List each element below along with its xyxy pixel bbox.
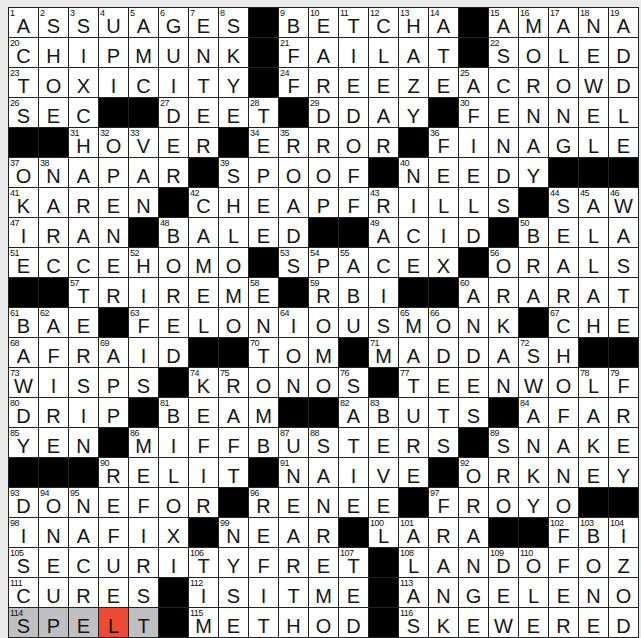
cell-r1-c21[interactable]: 19A [609, 8, 638, 37]
cell-r10-c11[interactable]: 59R [309, 278, 338, 307]
cell-r4-c9[interactable]: 28T [249, 98, 278, 127]
cell-r5-c12[interactable]: O [339, 128, 368, 157]
cell-r21-c10[interactable]: H [279, 608, 308, 637]
cell-r18-c14[interactable]: 101A [399, 518, 428, 547]
cell-r7-c11[interactable]: P [309, 188, 338, 217]
cell-r15-c18[interactable]: N [519, 428, 548, 457]
cell-r2-c21[interactable]: D [609, 38, 638, 67]
cell-r18-c20[interactable]: 103B [579, 518, 608, 547]
cell-r20-c17[interactable]: E [489, 578, 518, 607]
cell-r18-c3[interactable]: A [69, 518, 98, 547]
cell-r7-c3[interactable]: R [69, 188, 98, 217]
cell-r5-c7[interactable]: R [189, 128, 218, 157]
cell-r9-c3[interactable]: C [69, 248, 98, 277]
cell-r15-c21[interactable]: E [609, 428, 638, 457]
cell-r3-c10[interactable]: 24F [279, 68, 308, 97]
cell-r8-c16[interactable]: D [459, 218, 488, 247]
cell-r5-c16[interactable]: I [459, 128, 488, 157]
cell-r3-c14[interactable]: Z [399, 68, 428, 97]
cell-r9-c5[interactable]: 52H [129, 248, 158, 277]
cell-r11-c16[interactable]: N [459, 308, 488, 337]
cell-r5-c20[interactable]: L [579, 128, 608, 157]
cell-r16-c17[interactable]: R [489, 458, 518, 487]
cell-r13-c19[interactable]: O [549, 368, 578, 397]
cell-r19-c2[interactable]: E [39, 548, 68, 577]
cell-r7-c9[interactable]: E [249, 188, 278, 217]
cell-r9-c20[interactable]: L [579, 248, 608, 277]
cell-r16-c11[interactable]: A [309, 458, 338, 487]
cell-r13-c15[interactable]: E [429, 368, 458, 397]
cell-r10-c21[interactable]: T [609, 278, 638, 307]
cell-r10-c13[interactable]: I [369, 278, 398, 307]
cell-r3-c4[interactable]: I [99, 68, 128, 97]
cell-r16-c7[interactable]: I [189, 458, 218, 487]
cell-r2-c5[interactable]: M [129, 38, 158, 67]
cell-r16-c14[interactable]: E [399, 458, 428, 487]
cell-r11-c2[interactable]: 62A [39, 308, 68, 337]
cell-r18-c16[interactable]: A [459, 518, 488, 547]
cell-r6-c3[interactable]: A [69, 158, 98, 187]
cell-r20-c9[interactable]: I [249, 578, 278, 607]
cell-r21-c17[interactable]: W [489, 608, 518, 637]
cell-r19-c17[interactable]: 109D [489, 548, 518, 577]
cell-r6-c5[interactable]: A [129, 158, 158, 187]
cell-r14-c20[interactable]: A [579, 398, 608, 427]
cell-r17-c19[interactable]: O [549, 488, 578, 517]
cell-r6-c2[interactable]: 38N [39, 158, 68, 187]
cell-r4-c19[interactable]: N [549, 98, 578, 127]
cell-r3-c12[interactable]: E [339, 68, 368, 97]
cell-r9-c12[interactable]: 55A [339, 248, 368, 277]
cell-r17-c6[interactable]: O [159, 488, 188, 517]
cell-r18-c4[interactable]: F [99, 518, 128, 547]
cell-r12-c11[interactable]: M [309, 338, 338, 367]
cell-r8-c10[interactable]: D [279, 218, 308, 247]
cell-r9-c6[interactable]: O [159, 248, 188, 277]
cell-r10-c16[interactable]: 60A [459, 278, 488, 307]
cell-r4-c7[interactable]: E [189, 98, 218, 127]
cell-r2-c18[interactable]: O [519, 38, 548, 67]
cell-r15-c7[interactable]: F [189, 428, 218, 457]
cell-r17-c16[interactable]: R [459, 488, 488, 517]
cell-r15-c19[interactable]: A [549, 428, 578, 457]
cell-r14-c1[interactable]: 80D [9, 398, 38, 427]
cell-r13-c10[interactable]: N [279, 368, 308, 397]
cell-r12-c14[interactable]: A [399, 338, 428, 367]
cell-r2-c6[interactable]: U [159, 38, 188, 67]
cell-r18-c9[interactable]: E [249, 518, 278, 547]
cell-r1-c2[interactable]: 2S [39, 8, 68, 37]
cell-r1-c18[interactable]: 16M [519, 8, 548, 37]
cell-r2-c4[interactable]: P [99, 38, 128, 67]
cell-r20-c12[interactable]: E [339, 578, 368, 607]
cell-r8-c15[interactable]: I [429, 218, 458, 247]
cell-r19-c16[interactable]: N [459, 548, 488, 577]
cell-r7-c2[interactable]: A [39, 188, 68, 217]
cell-r11-c7[interactable]: L [189, 308, 218, 337]
cell-r1-c10[interactable]: 9B [279, 8, 308, 37]
cell-r7-c17[interactable]: S [489, 188, 518, 217]
cell-r8-c19[interactable]: E [549, 218, 578, 247]
cell-r2-c15[interactable]: T [429, 38, 458, 67]
cell-r3-c11[interactable]: R [309, 68, 338, 97]
cell-r17-c17[interactable]: O [489, 488, 518, 517]
cell-r1-c17[interactable]: 15A [489, 8, 518, 37]
cell-r11-c17[interactable]: K [489, 308, 518, 337]
cell-r20-c4[interactable]: E [99, 578, 128, 607]
cell-r2-c13[interactable]: L [369, 38, 398, 67]
cell-r13-c1[interactable]: 73W [9, 368, 38, 397]
cell-r5-c5[interactable]: 33V [129, 128, 158, 157]
cell-r3-c17[interactable]: C [489, 68, 518, 97]
cell-r16-c16[interactable]: 92O [459, 458, 488, 487]
cell-r21-c8[interactable]: E [219, 608, 248, 637]
cell-r13-c12[interactable]: 76S [339, 368, 368, 397]
cell-r20-c3[interactable]: R [69, 578, 98, 607]
cell-r17-c5[interactable]: F [129, 488, 158, 517]
cell-r17-c4[interactable]: E [99, 488, 128, 517]
cell-r9-c4[interactable]: E [99, 248, 128, 277]
cell-r11-c5[interactable]: 63F [129, 308, 158, 337]
cell-r7-c14[interactable]: I [399, 188, 428, 217]
cell-r10-c17[interactable]: R [489, 278, 518, 307]
cell-r15-c12[interactable]: T [339, 428, 368, 457]
cell-r19-c10[interactable]: R [279, 548, 308, 577]
cell-r14-c6[interactable]: 81B [159, 398, 188, 427]
cell-r4-c21[interactable]: L [609, 98, 638, 127]
cell-r12-c5[interactable]: I [129, 338, 158, 367]
cell-r7-c12[interactable]: F [339, 188, 368, 217]
cell-r14-c13[interactable]: 83B [369, 398, 398, 427]
cell-r20-c10[interactable]: T [279, 578, 308, 607]
cell-r13-c17[interactable]: N [489, 368, 518, 397]
cell-r9-c1[interactable]: 51E [9, 248, 38, 277]
cell-r21-c3[interactable]: E [69, 608, 98, 637]
cell-r11-c14[interactable]: 65M [399, 308, 428, 337]
cell-r19-c5[interactable]: R [129, 548, 158, 577]
cell-r21-c12[interactable]: D [339, 608, 368, 637]
cell-r17-c7[interactable]: R [189, 488, 218, 517]
cell-r19-c6[interactable]: I [159, 548, 188, 577]
cell-r1-c1[interactable]: 1A [9, 8, 38, 37]
cell-r7-c4[interactable]: E [99, 188, 128, 217]
cell-r17-c12[interactable]: E [339, 488, 368, 517]
cell-r12-c13[interactable]: 71M [369, 338, 398, 367]
cell-r17-c3[interactable]: 95N [69, 488, 98, 517]
cell-r8-c20[interactable]: L [579, 218, 608, 247]
cell-r7-c5[interactable]: N [129, 188, 158, 217]
cell-r8-c21[interactable]: A [609, 218, 638, 247]
cell-r20-c7[interactable]: 112I [189, 578, 218, 607]
cell-r3-c16[interactable]: 25A [459, 68, 488, 97]
cell-r4-c1[interactable]: 26S [9, 98, 38, 127]
cell-r12-c10[interactable]: O [279, 338, 308, 367]
cell-r18-c11[interactable]: R [309, 518, 338, 547]
cell-r21-c19[interactable]: R [549, 608, 578, 637]
cell-r7-c19[interactable]: 44S [549, 188, 578, 217]
cell-r15-c17[interactable]: 89S [489, 428, 518, 457]
cell-r13-c4[interactable]: P [99, 368, 128, 397]
cell-r3-c15[interactable]: E [429, 68, 458, 97]
cell-r9-c13[interactable]: C [369, 248, 398, 277]
cell-r3-c13[interactable]: E [369, 68, 398, 97]
cell-r18-c13[interactable]: 100L [369, 518, 398, 547]
cell-r21-c11[interactable]: O [309, 608, 338, 637]
cell-r3-c18[interactable]: R [519, 68, 548, 97]
cell-r7-c8[interactable]: H [219, 188, 248, 217]
cell-r4-c20[interactable]: E [579, 98, 608, 127]
cell-r10-c18[interactable]: A [519, 278, 548, 307]
cell-r6-c14[interactable]: 40N [399, 158, 428, 187]
cell-r8-c6[interactable]: 48B [159, 218, 188, 247]
cell-r19-c12[interactable]: 107T [339, 548, 368, 577]
cell-r19-c14[interactable]: 108L [399, 548, 428, 577]
cell-r19-c18[interactable]: 110O [519, 548, 548, 577]
cell-r21-c5[interactable]: T [129, 608, 158, 637]
cell-r7-c15[interactable]: L [429, 188, 458, 217]
cell-r5-c21[interactable]: E [609, 128, 638, 157]
cell-r1-c7[interactable]: 7E [189, 8, 218, 37]
cell-r19-c7[interactable]: 106T [189, 548, 218, 577]
cell-r15-c1[interactable]: 85Y [9, 428, 38, 457]
cell-r1-c14[interactable]: 13H [399, 8, 428, 37]
cell-r10-c5[interactable]: I [129, 278, 158, 307]
cell-r13-c2[interactable]: I [39, 368, 68, 397]
cell-r16-c4[interactable]: 90R [99, 458, 128, 487]
cell-r9-c15[interactable]: X [429, 248, 458, 277]
cell-r8-c3[interactable]: A [69, 218, 98, 247]
cell-r11-c13[interactable]: S [369, 308, 398, 337]
cell-r20-c5[interactable]: S [129, 578, 158, 607]
cell-r12-c2[interactable]: F [39, 338, 68, 367]
cell-r20-c1[interactable]: 111C [9, 578, 38, 607]
cell-r1-c15[interactable]: 14A [429, 8, 458, 37]
cell-r10-c19[interactable]: R [549, 278, 578, 307]
cell-r11-c20[interactable]: H [579, 308, 608, 337]
cell-r6-c10[interactable]: O [279, 158, 308, 187]
cell-r11-c9[interactable]: N [249, 308, 278, 337]
cell-r15-c20[interactable]: K [579, 428, 608, 457]
cell-r13-c14[interactable]: 77T [399, 368, 428, 397]
cell-r20-c19[interactable]: E [549, 578, 578, 607]
cell-r14-c15[interactable]: T [429, 398, 458, 427]
cell-r13-c20[interactable]: 78L [579, 368, 608, 397]
cell-r7-c7[interactable]: 42C [189, 188, 218, 217]
cell-r12-c9[interactable]: 70T [249, 338, 278, 367]
cell-r3-c2[interactable]: O [39, 68, 68, 97]
cell-r9-c11[interactable]: 54P [309, 248, 338, 277]
cell-r14-c18[interactable]: 84A [519, 398, 548, 427]
cell-r10-c4[interactable]: R [99, 278, 128, 307]
cell-r3-c8[interactable]: Y [219, 68, 248, 97]
cell-r11-c1[interactable]: 61B [9, 308, 38, 337]
cell-r19-c11[interactable]: E [309, 548, 338, 577]
cell-r2-c8[interactable]: K [219, 38, 248, 67]
cell-r16-c18[interactable]: K [519, 458, 548, 487]
cell-r6-c9[interactable]: P [249, 158, 278, 187]
cell-r16-c19[interactable]: N [549, 458, 578, 487]
cell-r8-c14[interactable]: C [399, 218, 428, 247]
cell-r13-c21[interactable]: 79F [609, 368, 638, 397]
cell-r8-c9[interactable]: E [249, 218, 278, 247]
cell-r8-c13[interactable]: 49A [369, 218, 398, 247]
cell-r14-c4[interactable]: P [99, 398, 128, 427]
cell-r2-c3[interactable]: I [69, 38, 98, 67]
cell-r4-c6[interactable]: 27D [159, 98, 188, 127]
cell-r6-c17[interactable]: D [489, 158, 518, 187]
cell-r5-c18[interactable]: A [519, 128, 548, 157]
cell-r2-c12[interactable]: I [339, 38, 368, 67]
cell-r13-c16[interactable]: E [459, 368, 488, 397]
cell-r19-c9[interactable]: F [249, 548, 278, 577]
cell-r14-c9[interactable]: M [249, 398, 278, 427]
cell-r6-c6[interactable]: R [159, 158, 188, 187]
cell-r18-c10[interactable]: A [279, 518, 308, 547]
cell-r19-c20[interactable]: O [579, 548, 608, 577]
cell-r17-c1[interactable]: 93D [9, 488, 38, 517]
cell-r14-c7[interactable]: E [189, 398, 218, 427]
cell-r21-c1[interactable]: 114S [9, 608, 38, 637]
cell-r9-c21[interactable]: S [609, 248, 638, 277]
cell-r12-c4[interactable]: 69A [99, 338, 128, 367]
cell-r14-c8[interactable]: A [219, 398, 248, 427]
cell-r9-c7[interactable]: M [189, 248, 218, 277]
cell-r15-c13[interactable]: E [369, 428, 398, 457]
cell-r21-c7[interactable]: 115M [189, 608, 218, 637]
cell-r7-c16[interactable]: L [459, 188, 488, 217]
cell-r21-c4[interactable]: L [99, 608, 128, 637]
cell-r15-c6[interactable]: I [159, 428, 188, 457]
cell-r9-c17[interactable]: 56O [489, 248, 518, 277]
cell-r1-c4[interactable]: 4U [99, 8, 128, 37]
cell-r17-c13[interactable]: E [369, 488, 398, 517]
cell-r1-c6[interactable]: 6G [159, 8, 188, 37]
cell-r8-c1[interactable]: 47I [9, 218, 38, 247]
cell-r7-c1[interactable]: 41K [9, 188, 38, 217]
cell-r4-c16[interactable]: 30F [459, 98, 488, 127]
cell-r10-c3[interactable]: 57T [69, 278, 98, 307]
cell-r10-c12[interactable]: B [339, 278, 368, 307]
cell-r5-c13[interactable]: R [369, 128, 398, 157]
cell-r2-c14[interactable]: A [399, 38, 428, 67]
cell-r11-c10[interactable]: 64I [279, 308, 308, 337]
cell-r3-c5[interactable]: C [129, 68, 158, 97]
cell-r6-c16[interactable]: E [459, 158, 488, 187]
cell-r20-c20[interactable]: N [579, 578, 608, 607]
cell-r19-c19[interactable]: F [549, 548, 578, 577]
cell-r18-c1[interactable]: 98I [9, 518, 38, 547]
cell-r7-c21[interactable]: 46W [609, 188, 638, 217]
cell-r15-c9[interactable]: B [249, 428, 278, 457]
cell-r12-c19[interactable]: H [549, 338, 578, 367]
cell-r21-c2[interactable]: P [39, 608, 68, 637]
cell-r4-c11[interactable]: 29D [309, 98, 338, 127]
cell-r8-c2[interactable]: R [39, 218, 68, 247]
cell-r4-c13[interactable]: A [369, 98, 398, 127]
cell-r16-c6[interactable]: L [159, 458, 188, 487]
cell-r15-c15[interactable]: S [429, 428, 458, 457]
cell-r2-c2[interactable]: H [39, 38, 68, 67]
cell-r3-c19[interactable]: O [549, 68, 578, 97]
cell-r11-c19[interactable]: 67C [549, 308, 578, 337]
cell-r18-c5[interactable]: I [129, 518, 158, 547]
cell-r14-c2[interactable]: R [39, 398, 68, 427]
cell-r16-c8[interactable]: T [219, 458, 248, 487]
cell-r12-c17[interactable]: A [489, 338, 518, 367]
cell-r10-c7[interactable]: E [189, 278, 218, 307]
cell-r7-c20[interactable]: 45A [579, 188, 608, 217]
cell-r21-c14[interactable]: 116S [399, 608, 428, 637]
cell-r5-c6[interactable]: E [159, 128, 188, 157]
cell-r3-c6[interactable]: I [159, 68, 188, 97]
cell-r11-c12[interactable]: U [339, 308, 368, 337]
cell-r3-c3[interactable]: X [69, 68, 98, 97]
cell-r10-c8[interactable]: M [219, 278, 248, 307]
cell-r11-c11[interactable]: O [309, 308, 338, 337]
cell-r13-c5[interactable]: S [129, 368, 158, 397]
cell-r2-c7[interactable]: N [189, 38, 218, 67]
cell-r11-c21[interactable]: E [609, 308, 638, 337]
cell-r19-c3[interactable]: C [69, 548, 98, 577]
cell-r2-c19[interactable]: L [549, 38, 578, 67]
cell-r17-c10[interactable]: E [279, 488, 308, 517]
cell-r12-c18[interactable]: 72S [519, 338, 548, 367]
cell-r10-c9[interactable]: 58E [249, 278, 278, 307]
cell-r12-c3[interactable]: R [69, 338, 98, 367]
cell-r5-c15[interactable]: 36F [429, 128, 458, 157]
cell-r11-c3[interactable]: E [69, 308, 98, 337]
cell-r20-c8[interactable]: S [219, 578, 248, 607]
cell-r16-c13[interactable]: V [369, 458, 398, 487]
cell-r18-c19[interactable]: 102F [549, 518, 578, 547]
cell-r10-c6[interactable]: R [159, 278, 188, 307]
cell-r7-c13[interactable]: 43R [369, 188, 398, 217]
cell-r14-c14[interactable]: U [399, 398, 428, 427]
cell-r11-c8[interactable]: O [219, 308, 248, 337]
cell-r20-c16[interactable]: G [459, 578, 488, 607]
cell-r14-c12[interactable]: 82A [339, 398, 368, 427]
cell-r17-c9[interactable]: 96R [249, 488, 278, 517]
cell-r8-c8[interactable]: L [219, 218, 248, 247]
cell-r12-c16[interactable]: D [459, 338, 488, 367]
cell-r19-c4[interactable]: U [99, 548, 128, 577]
cell-r4-c18[interactable]: N [519, 98, 548, 127]
cell-r5-c10[interactable]: 35R [279, 128, 308, 157]
cell-r9-c18[interactable]: R [519, 248, 548, 277]
cell-r5-c4[interactable]: 32O [99, 128, 128, 157]
cell-r1-c20[interactable]: 18N [579, 8, 608, 37]
cell-r4-c14[interactable]: Y [399, 98, 428, 127]
cell-r18-c15[interactable]: R [429, 518, 458, 547]
cell-r18-c21[interactable]: 104I [609, 518, 638, 547]
cell-r21-c21[interactable]: D [609, 608, 638, 637]
cell-r8-c4[interactable]: N [99, 218, 128, 247]
cell-r13-c18[interactable]: W [519, 368, 548, 397]
cell-r5-c17[interactable]: N [489, 128, 518, 157]
cell-r8-c7[interactable]: A [189, 218, 218, 247]
cell-r19-c1[interactable]: 105S [9, 548, 38, 577]
cell-r21-c20[interactable]: E [579, 608, 608, 637]
cell-r11-c6[interactable]: E [159, 308, 188, 337]
cell-r20-c14[interactable]: 113A [399, 578, 428, 607]
cell-r14-c21[interactable]: R [609, 398, 638, 427]
cell-r20-c15[interactable]: N [429, 578, 458, 607]
cell-r9-c2[interactable]: C [39, 248, 68, 277]
cell-r19-c21[interactable]: Z [609, 548, 638, 577]
cell-r13-c3[interactable]: S [69, 368, 98, 397]
cell-r14-c16[interactable]: S [459, 398, 488, 427]
cell-r18-c8[interactable]: 99N [219, 518, 248, 547]
